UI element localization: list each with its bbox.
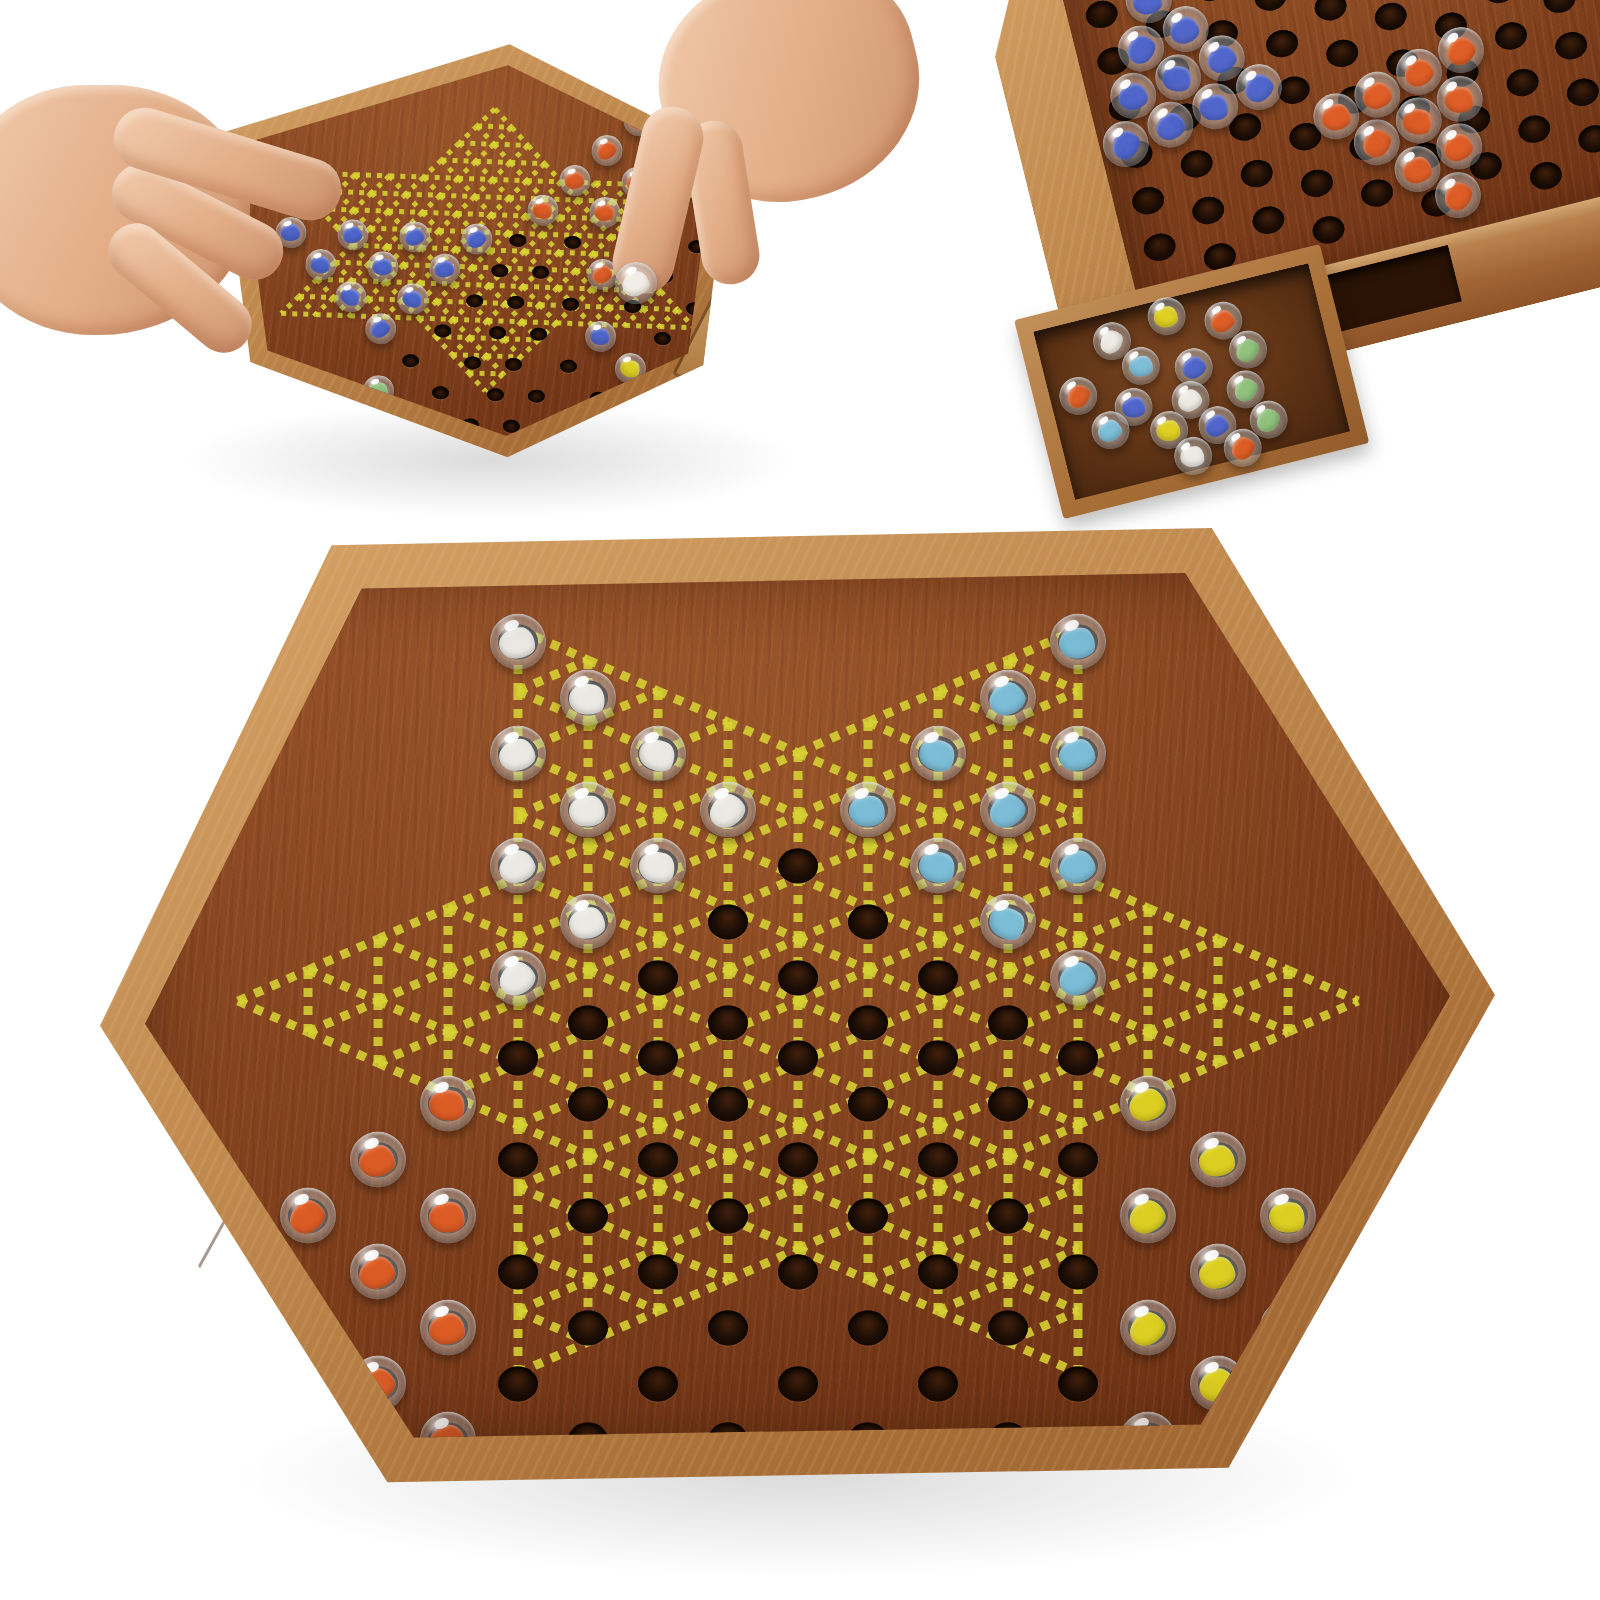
marble-light-blue [830,484,862,516]
marble-clear-white [901,238,933,270]
hole [869,463,886,477]
main-board-face [145,573,1450,1440]
held-clear-marble [615,262,657,304]
hole [711,458,728,472]
hole [938,280,955,294]
hole [714,396,731,410]
hole [755,397,772,411]
hole [739,366,756,380]
hole [839,431,856,445]
marble-light-blue [832,422,864,454]
play-inset-photo [30,0,890,560]
corner-inset-photo [949,0,1600,416]
marble-light-blue [924,456,956,488]
main-face-shading [145,573,1450,1440]
hole [842,369,859,383]
hole [871,401,888,415]
hole [736,428,753,442]
marble-light-blue [864,392,896,424]
hole [961,498,978,512]
product-photo-page [0,0,1600,1600]
left-hand [0,55,510,415]
hole [306,444,323,458]
marble-light-blue [862,454,894,486]
hole [874,339,891,353]
right-hand [585,0,895,340]
marble-light-blue [954,488,986,520]
marble-light-blue [894,424,926,456]
hole [899,495,916,509]
marble-orange [1055,372,1101,418]
hole [682,426,699,440]
marble-blue [560,1594,616,1600]
marble-green [980,1594,1036,1600]
chinese-checkers-board [100,528,1495,1485]
hole [777,429,794,443]
hole [780,367,797,381]
hole [752,459,769,473]
marble-yellow [1144,293,1190,339]
marble-clear-white [963,241,995,273]
hole [837,493,854,507]
hole [931,466,948,480]
hole [810,399,827,413]
hole [970,250,987,264]
hole [906,310,923,324]
marble-light-blue [892,486,924,518]
marble-clear-white [930,270,962,302]
hole [901,433,918,447]
hole [649,456,666,470]
hole [908,248,925,262]
marble-clear-white [898,300,930,332]
